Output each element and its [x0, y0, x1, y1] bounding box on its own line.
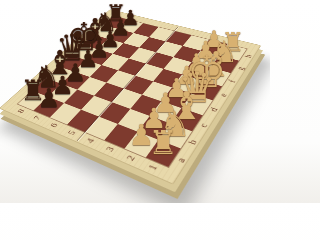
chess-set-photo: 87654321 abcdefgh ♜♞♝♛♚♝♞♜♟♟♟♟♟♟♟♟♟♟♟♟♟♟…	[0, 0, 270, 203]
chess-board: 87654321 abcdefgh	[0, 9, 261, 184]
board-frame: 87654321 abcdefgh	[0, 9, 261, 184]
chess-board-grid	[18, 16, 247, 167]
